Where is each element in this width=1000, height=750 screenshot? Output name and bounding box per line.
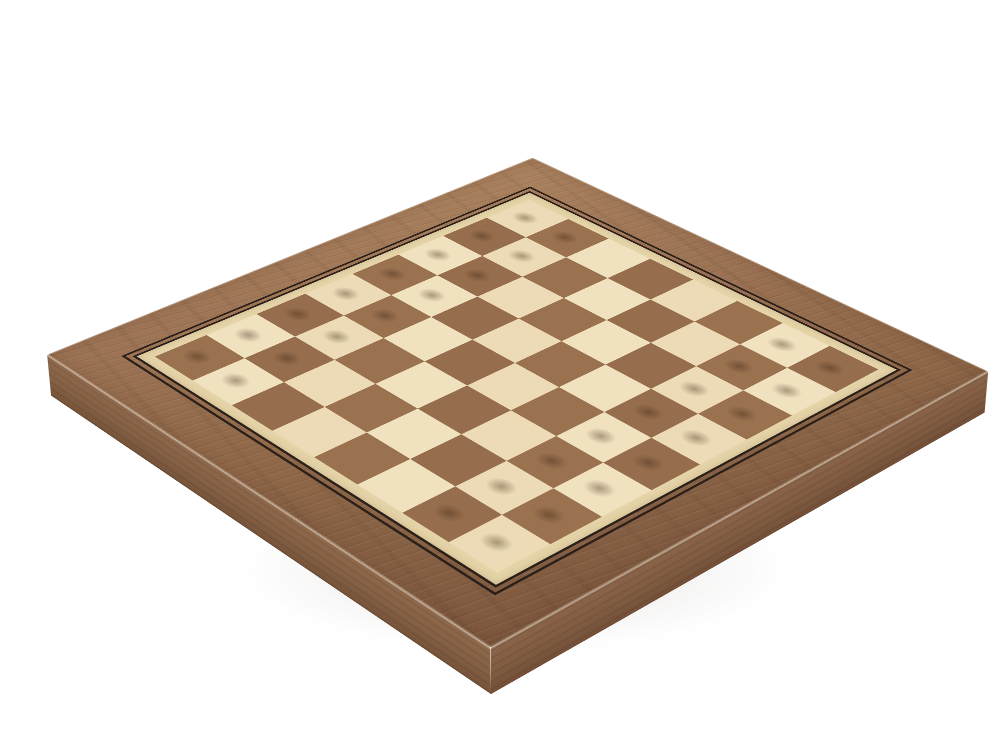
- piece-glyph: ♟: [196, 285, 280, 387]
- piece-glyph: ♜: [453, 413, 546, 551]
- black-pawn-h7: ♟: [193, 380, 284, 381]
- product-photo-scene: ♜♞♟♝♟♚♟♛♟♝♟♞♟♟♜♟♟♜♟♟♞♟♝♟♚♟♛♟♝♟♞♜: [0, 0, 1000, 750]
- white-rook-h1: ♜: [449, 542, 550, 543]
